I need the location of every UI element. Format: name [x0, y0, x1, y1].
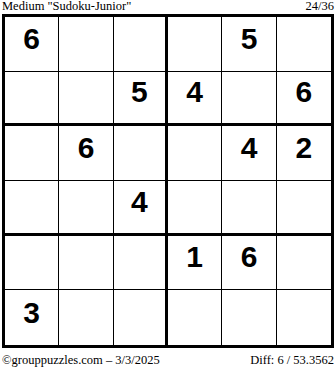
cell-r6c1: 3 — [5, 290, 59, 345]
cell-r6c2 — [59, 290, 113, 345]
cell-r5c1 — [5, 236, 59, 291]
cell-r2c4: 4 — [168, 72, 222, 127]
cell-r4c5 — [222, 181, 276, 236]
cell-r1c6 — [277, 17, 331, 72]
cell-r2c2 — [59, 72, 113, 127]
cell-r1c5: 5 — [222, 17, 276, 72]
cell-r5c5: 6 — [222, 236, 276, 291]
cell-r2c3: 5 — [114, 72, 168, 127]
footer: ©grouppuzzles.com – 3/3/2025 Diff: 6 / 5… — [2, 353, 334, 367]
cell-r2c6: 6 — [277, 72, 331, 127]
cell-r6c6 — [277, 290, 331, 345]
puzzle-title: Medium "Sudoku-Junior" — [2, 0, 131, 13]
cell-r5c4: 1 — [168, 236, 222, 291]
cell-r4c6 — [277, 181, 331, 236]
cell-r4c1 — [5, 181, 59, 236]
cell-r2c5 — [222, 72, 276, 127]
cell-r4c2 — [59, 181, 113, 236]
cell-r1c1: 6 — [5, 17, 59, 72]
cell-r5c6 — [277, 236, 331, 291]
sudoku-board: 6 5 5 4 6 6 4 2 4 1 6 3 — [2, 14, 334, 348]
cell-r4c4 — [168, 181, 222, 236]
cell-r5c2 — [59, 236, 113, 291]
cell-r3c4 — [168, 126, 222, 181]
cell-r6c4 — [168, 290, 222, 345]
cell-r6c3 — [114, 290, 168, 345]
cell-r1c3 — [114, 17, 168, 72]
difficulty-text: Diff: 6 / 53.3562 — [250, 353, 334, 367]
cell-r2c1 — [5, 72, 59, 127]
cell-r3c2: 6 — [59, 126, 113, 181]
header: Medium "Sudoku-Junior" 24/36 — [2, 0, 334, 13]
cell-r3c3 — [114, 126, 168, 181]
cell-r6c5 — [222, 290, 276, 345]
cell-r3c5: 4 — [222, 126, 276, 181]
cell-r3c6: 2 — [277, 126, 331, 181]
cell-r5c3 — [114, 236, 168, 291]
cell-r4c3: 4 — [114, 181, 168, 236]
cell-r1c2 — [59, 17, 113, 72]
cell-r1c4 — [168, 17, 222, 72]
copyright-text: ©grouppuzzles.com – 3/3/2025 — [2, 353, 160, 367]
puzzle-counter: 24/36 — [306, 0, 334, 13]
cell-r3c1 — [5, 126, 59, 181]
